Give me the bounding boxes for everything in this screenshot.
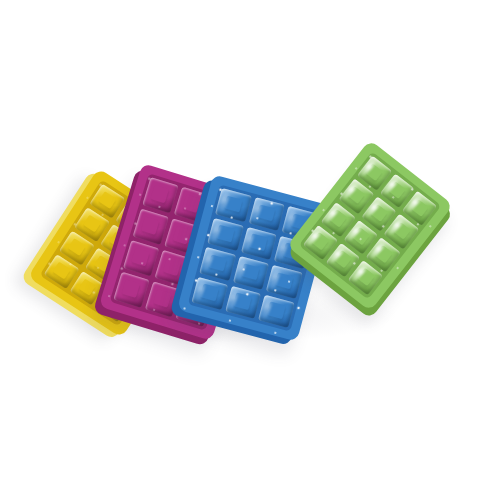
product-photo	[0, 0, 480, 480]
chocolate-segment	[207, 218, 243, 252]
segment-grid-green	[299, 152, 442, 300]
chocolate-segment	[199, 247, 235, 281]
chocolate-segment	[145, 281, 181, 317]
chocolate-segment	[266, 265, 302, 299]
chocolate-segment	[215, 188, 251, 222]
chocolate-segment	[113, 272, 149, 308]
chocolate-segment	[233, 256, 269, 290]
chocolate-segment	[249, 197, 285, 231]
chocolate-segment	[241, 226, 277, 260]
chocolate-segment	[191, 276, 227, 310]
chocolate-segment	[133, 209, 169, 245]
chocolate-segment	[258, 294, 294, 328]
chocolate-segment	[123, 240, 159, 276]
chocolate-segment	[225, 285, 261, 319]
chocolate-segment	[142, 177, 178, 213]
